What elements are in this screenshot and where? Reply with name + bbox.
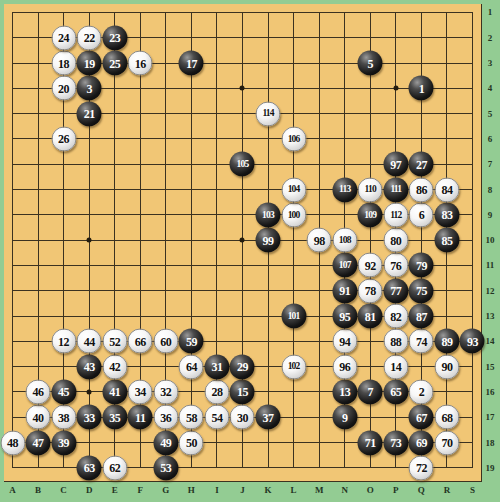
stone-white-2: 2 [409,379,434,404]
stone-white-62: 62 [102,455,127,480]
stone-white-46: 46 [26,379,51,404]
move-number: 6 [419,209,425,221]
move-number: 98 [314,234,325,246]
column-label-H: H [188,485,195,495]
stone-white-48: 48 [0,430,25,455]
column-label-J: J [240,485,245,495]
move-number: 11 [135,411,145,423]
stone-black-79: 79 [409,253,434,278]
move-number: 106 [288,134,300,144]
stone-black-77: 77 [383,278,408,303]
move-number: 5 [368,57,374,69]
move-number: 76 [390,259,401,271]
stone-white-28: 28 [204,379,229,404]
move-number: 90 [441,361,452,373]
move-number: 59 [186,335,197,347]
move-number: 73 [390,437,401,449]
stone-white-20: 20 [51,76,76,101]
stone-black-65: 65 [383,379,408,404]
move-number: 58 [186,411,197,423]
move-number: 111 [390,185,401,195]
column-label-G: G [162,485,169,495]
stone-black-63: 63 [77,455,102,480]
stone-white-22: 22 [77,25,102,50]
row-label-17: 17 [486,412,495,422]
stone-black-1: 1 [409,76,434,101]
stone-white-92: 92 [358,253,383,278]
move-number: 80 [390,234,401,246]
move-number: 78 [365,285,376,297]
stone-black-29: 29 [230,354,255,379]
move-number: 99 [263,234,274,246]
row-label-19: 19 [486,463,495,473]
stone-black-93: 93 [460,329,485,354]
column-label-S: S [470,485,475,495]
stone-black-69: 69 [409,430,434,455]
move-number: 25 [109,57,120,69]
move-number: 104 [288,185,300,195]
move-number: 66 [135,335,146,347]
move-number: 7 [368,386,374,398]
stone-black-33: 33 [77,405,102,430]
stone-white-84: 84 [434,177,459,202]
stone-black-37: 37 [256,405,281,430]
move-number: 72 [416,462,427,474]
stone-black-21: 21 [77,101,102,126]
stone-black-17: 17 [179,51,204,76]
star-point [87,389,92,394]
move-number: 100 [288,210,300,220]
stone-black-45: 45 [51,379,76,404]
stone-white-96: 96 [332,354,357,379]
stone-white-108: 108 [332,228,357,253]
stone-black-99: 99 [256,228,281,253]
stone-white-68: 68 [434,405,459,430]
move-number: 65 [390,386,401,398]
stone-black-97: 97 [383,152,408,177]
move-number: 22 [84,32,95,44]
move-number: 33 [84,411,95,423]
move-number: 60 [160,335,171,347]
stone-black-109: 109 [358,202,383,227]
column-label-R: R [444,485,451,495]
move-number: 88 [390,335,401,347]
stone-white-26: 26 [51,126,76,151]
move-number: 39 [58,437,69,449]
stone-black-31: 31 [204,354,229,379]
stone-white-90: 90 [434,354,459,379]
stone-white-74: 74 [409,329,434,354]
stone-white-38: 38 [51,405,76,430]
move-number: 28 [211,386,222,398]
stone-black-47: 47 [26,430,51,455]
move-number: 49 [160,437,171,449]
move-number: 53 [160,462,171,474]
move-number: 89 [441,335,452,347]
stone-black-39: 39 [51,430,76,455]
move-number: 44 [84,335,95,347]
move-number: 12 [58,335,69,347]
move-number: 108 [339,235,351,245]
stone-black-85: 85 [434,228,459,253]
move-number: 46 [33,386,44,398]
move-number: 103 [262,210,274,220]
stone-white-88: 88 [383,329,408,354]
stone-white-30: 30 [230,405,255,430]
move-number: 113 [339,185,350,195]
stone-white-32: 32 [153,379,178,404]
move-number: 52 [109,335,120,347]
stone-black-89: 89 [434,329,459,354]
stone-black-81: 81 [358,304,383,329]
row-label-16: 16 [486,387,495,397]
move-number: 75 [416,285,427,297]
move-number: 16 [135,57,146,69]
move-number: 9 [342,411,348,423]
row-label-6: 6 [488,134,493,144]
move-number: 112 [390,210,401,220]
move-number: 83 [441,209,452,221]
move-number: 109 [364,210,376,220]
stone-white-6: 6 [409,202,434,227]
move-number: 105 [237,159,249,169]
move-number: 93 [467,335,478,347]
column-label-F: F [138,485,144,495]
row-label-3: 3 [488,58,493,68]
stone-black-13: 13 [332,379,357,404]
move-number: 43 [84,361,95,373]
row-label-2: 2 [488,33,493,43]
stone-black-83: 83 [434,202,459,227]
move-number: 71 [365,437,376,449]
star-point [240,238,245,243]
stone-black-103: 103 [256,202,281,227]
stone-black-9: 9 [332,405,357,430]
move-number: 70 [441,437,452,449]
column-label-P: P [393,485,399,495]
column-label-K: K [265,485,272,495]
move-number: 74 [416,335,427,347]
row-label-12: 12 [486,286,495,296]
stone-white-86: 86 [409,177,434,202]
move-number: 97 [390,158,401,170]
move-number: 32 [160,386,171,398]
move-number: 27 [416,158,427,170]
star-point [240,86,245,91]
move-number: 102 [288,362,300,372]
stone-black-35: 35 [102,405,127,430]
stone-white-24: 24 [51,25,76,50]
move-number: 20 [58,82,69,94]
move-number: 37 [263,411,274,423]
stone-black-67: 67 [409,405,434,430]
stone-white-18: 18 [51,51,76,76]
move-number: 84 [441,184,452,196]
move-number: 36 [160,411,171,423]
move-number: 23 [109,32,120,44]
stone-white-58: 58 [179,405,204,430]
move-number: 67 [416,411,427,423]
move-number: 35 [109,411,120,423]
move-number: 79 [416,259,427,271]
move-number: 110 [365,185,376,195]
move-number: 38 [58,411,69,423]
stone-white-78: 78 [358,278,383,303]
move-number: 92 [365,259,376,271]
stone-black-75: 75 [409,278,434,303]
stone-white-16: 16 [128,51,153,76]
move-number: 40 [33,411,44,423]
stone-white-110: 110 [358,177,383,202]
column-label-C: C [60,485,67,495]
stone-white-114: 114 [256,101,281,126]
move-number: 91 [339,285,350,297]
stone-white-44: 44 [77,329,102,354]
stone-black-49: 49 [153,430,178,455]
move-number: 34 [135,386,146,398]
stone-white-98: 98 [307,228,332,253]
move-number: 21 [84,108,95,120]
row-label-13: 13 [486,311,495,321]
move-number: 69 [416,437,427,449]
move-number: 86 [416,184,427,196]
stone-white-50: 50 [179,430,204,455]
move-number: 85 [441,234,452,246]
stone-white-52: 52 [102,329,127,354]
stone-black-41: 41 [102,379,127,404]
stone-white-102: 102 [281,354,306,379]
stone-black-91: 91 [332,278,357,303]
column-label-I: I [215,485,219,495]
stone-black-27: 27 [409,152,434,177]
stone-black-107: 107 [332,253,357,278]
move-number: 96 [339,361,350,373]
stone-black-7: 7 [358,379,383,404]
move-number: 26 [58,133,69,145]
move-number: 45 [58,386,69,398]
row-label-15: 15 [486,362,495,372]
column-label-M: M [315,485,324,495]
row-label-18: 18 [486,438,495,448]
stone-white-64: 64 [179,354,204,379]
grid-line-vertical [293,12,294,467]
stone-white-12: 12 [51,329,76,354]
column-label-O: O [367,485,374,495]
stone-black-3: 3 [77,76,102,101]
row-label-10: 10 [486,235,495,245]
stone-black-71: 71 [358,430,383,455]
move-number: 81 [365,310,376,322]
move-number: 17 [186,57,197,69]
stone-black-105: 105 [230,152,255,177]
stone-black-59: 59 [179,329,204,354]
column-label-E: E [112,485,118,495]
stone-black-111: 111 [383,177,408,202]
column-label-L: L [291,485,297,495]
move-number: 82 [390,310,401,322]
move-number: 94 [339,335,350,347]
column-label-N: N [341,485,348,495]
stone-white-66: 66 [128,329,153,354]
move-number: 114 [262,109,273,119]
stone-white-72: 72 [409,455,434,480]
stone-white-36: 36 [153,405,178,430]
move-number: 3 [86,82,92,94]
move-number: 107 [339,261,351,271]
stone-black-95: 95 [332,304,357,329]
move-number: 13 [339,386,350,398]
move-number: 2 [419,386,425,398]
stone-black-23: 23 [102,25,127,50]
stone-white-76: 76 [383,253,408,278]
stone-black-113: 113 [332,177,357,202]
row-label-8: 8 [488,185,493,195]
stone-white-54: 54 [204,405,229,430]
star-point [393,86,398,91]
stone-white-14: 14 [383,354,408,379]
stone-white-70: 70 [434,430,459,455]
move-number: 48 [7,437,18,449]
row-label-1: 1 [488,7,493,17]
stone-white-94: 94 [332,329,357,354]
move-number: 19 [84,57,95,69]
move-number: 62 [109,462,120,474]
row-label-5: 5 [488,109,493,119]
move-number: 42 [109,361,120,373]
stone-black-73: 73 [383,430,408,455]
stone-white-82: 82 [383,304,408,329]
move-number: 31 [211,361,222,373]
column-label-A: A [9,485,16,495]
move-number: 95 [339,310,350,322]
stone-white-104: 104 [281,177,306,202]
move-number: 54 [211,411,222,423]
move-number: 77 [390,285,401,297]
stone-black-11: 11 [128,405,153,430]
stone-black-5: 5 [358,51,383,76]
row-label-14: 14 [486,336,495,346]
column-label-B: B [35,485,41,495]
column-label-D: D [86,485,93,495]
stone-white-42: 42 [102,354,127,379]
stone-white-60: 60 [153,329,178,354]
stone-white-40: 40 [26,405,51,430]
stone-black-25: 25 [102,51,127,76]
move-number: 47 [33,437,44,449]
stone-black-15: 15 [230,379,255,404]
stone-white-106: 106 [281,126,306,151]
move-number: 14 [390,361,401,373]
move-number: 41 [109,386,120,398]
row-label-9: 9 [488,210,493,220]
stone-white-34: 34 [128,379,153,404]
stone-black-43: 43 [77,354,102,379]
move-number: 64 [186,361,197,373]
stone-white-112: 112 [383,202,408,227]
row-label-4: 4 [488,83,493,93]
go-board: 1235679111213141516171819202122232425262… [0,0,500,502]
move-number: 68 [441,411,452,423]
row-label-11: 11 [486,260,495,270]
stone-black-87: 87 [409,304,434,329]
move-number: 30 [237,411,248,423]
move-number: 18 [58,57,69,69]
move-number: 29 [237,361,248,373]
star-point [87,238,92,243]
stone-black-19: 19 [77,51,102,76]
grid-line-vertical [472,12,473,467]
row-label-7: 7 [488,159,493,169]
move-number: 63 [84,462,95,474]
move-number: 1 [419,82,425,94]
column-label-Q: Q [418,485,425,495]
stone-black-101: 101 [281,304,306,329]
move-number: 87 [416,310,427,322]
move-number: 50 [186,437,197,449]
move-number: 101 [288,311,300,321]
stone-black-53: 53 [153,455,178,480]
stone-white-80: 80 [383,228,408,253]
move-number: 24 [58,32,69,44]
move-number: 15 [237,386,248,398]
stone-white-100: 100 [281,202,306,227]
